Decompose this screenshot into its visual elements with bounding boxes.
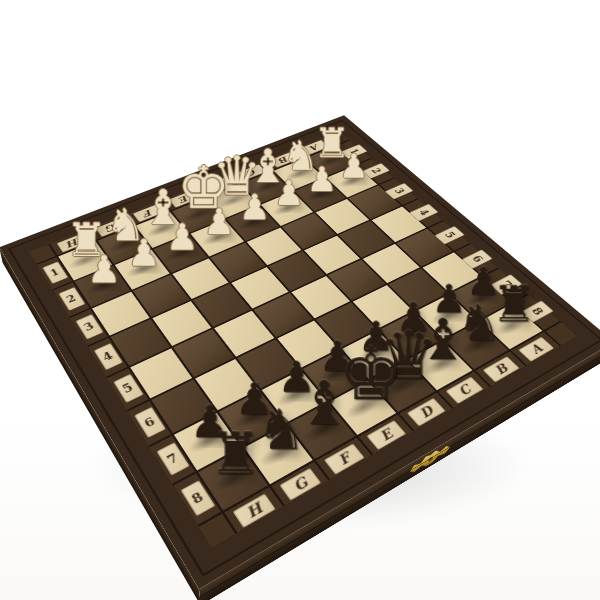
piece-black-rook[interactable]: ♜ <box>206 424 264 482</box>
square-d4[interactable] <box>268 251 325 291</box>
frame-corner <box>199 514 235 548</box>
file-label-bottom-c-text: C <box>445 376 483 403</box>
chess-board: HGFEDCBA1♜♞♝♚♛♝♞♜12♟♟♟♟♟♟♟♟2334455667♟♟♟… <box>0 115 600 589</box>
file-label-bottom-h: H <box>224 487 283 533</box>
product-scene: HGFEDCBA1♜♞♝♚♛♝♞♜12♟♟♟♟♟♟♟♟2334455667♟♟♟… <box>0 0 600 600</box>
piece-white-pawn[interactable]: ♟ <box>80 251 128 289</box>
file-label-bottom-a-text: A <box>518 336 554 361</box>
rank-label-right-5: 5 <box>429 221 470 250</box>
rank-label-left-7-text: 7 <box>156 442 189 476</box>
square-h8[interactable]: ♜ <box>198 449 268 511</box>
rank-label-left-3: 3 <box>70 309 108 345</box>
file-label-bottom-h-text: H <box>232 493 275 528</box>
file-label-bottom-e: E <box>359 415 413 455</box>
rank-label-right-3-text: 3 <box>384 183 413 200</box>
rank-label-left-3-text: 3 <box>75 314 103 340</box>
